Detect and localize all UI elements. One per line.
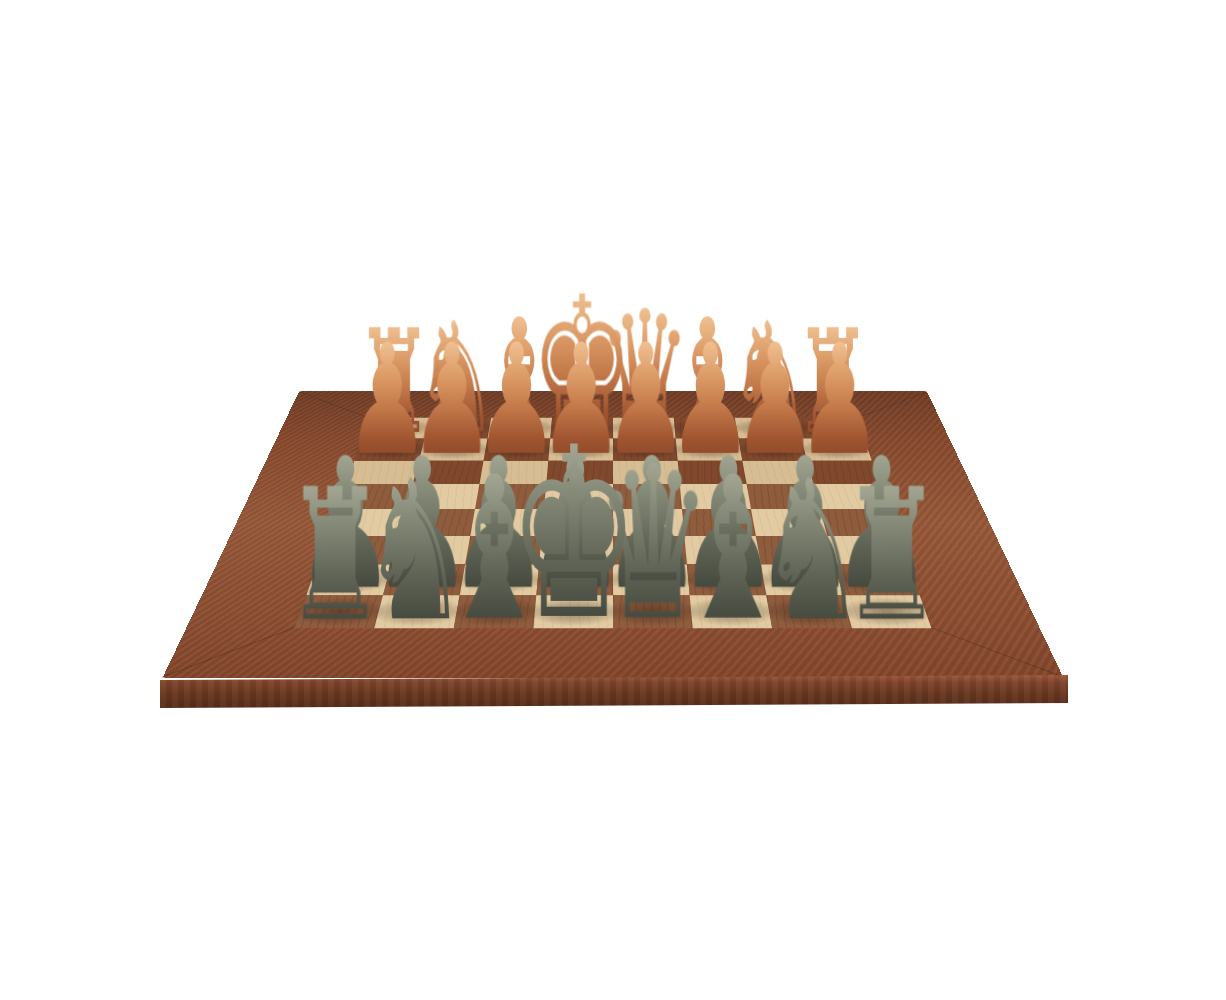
square-f8[interactable]: ♝	[454, 595, 537, 628]
black-rook-piece[interactable]: ♜	[284, 485, 385, 627]
playing-area-grid: ♜♞♝♚♛♝♞♜♟♟♟♟♟♟♟♟♟♟♟♟♟♟♟♟♜♞♝♚♛♝♞♜	[295, 418, 932, 629]
square-c8[interactable]: ♝	[690, 595, 773, 628]
frame-mitre-seam	[161, 627, 295, 678]
frame-mitre-seam	[930, 627, 1064, 678]
black-bishop-piece[interactable]: ♝	[439, 473, 549, 628]
square-a8[interactable]: ♜	[843, 595, 931, 628]
square-h8[interactable]: ♜	[295, 595, 383, 628]
black-rook-piece[interactable]: ♜	[841, 485, 942, 627]
black-bishop-piece[interactable]: ♝	[677, 473, 787, 628]
product-photo-canvas: { "game": "chess", "scene_description": …	[0, 0, 1226, 1000]
chess-board: ♜♞♝♚♛♝♞♜♟♟♟♟♟♟♟♟♟♟♟♟♟♟♟♟♜♞♝♚♛♝♞♜	[163, 391, 1064, 677]
chessboard-scene: ♜♞♝♚♛♝♞♜♟♟♟♟♟♟♟♟♟♟♟♟♟♟♟♟♜♞♝♚♛♝♞♜	[243, 139, 983, 879]
